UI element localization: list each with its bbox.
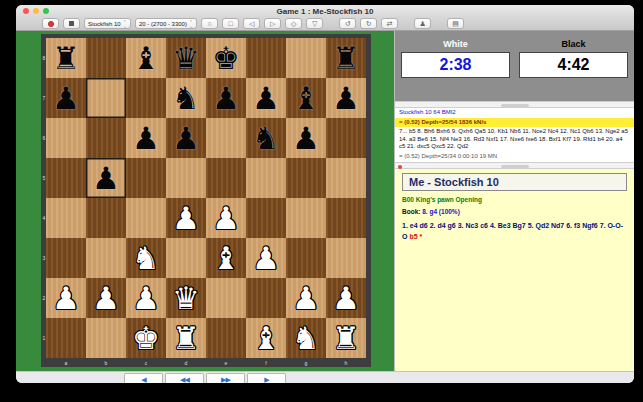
move-navigation: ◀◀◀▶▶▶: [16, 373, 394, 383]
square-f6[interactable]: ♞: [246, 118, 286, 158]
black-k-piece-e8[interactable]: ♚: [212, 38, 240, 78]
engine-name: Stockfish 10 64 BMI2: [395, 108, 634, 118]
black-r-piece-a8[interactable]: ♜: [52, 38, 80, 78]
square-a5[interactable]: [46, 158, 86, 198]
square-e4[interactable]: ♟: [206, 198, 246, 238]
rewind-button[interactable]: ◀◀: [165, 373, 204, 383]
black-r-piece-h8[interactable]: ♜: [332, 38, 360, 78]
black-q-piece-d8[interactable]: ♛: [172, 38, 200, 78]
square-b2[interactable]: ♟: [86, 278, 126, 318]
black-b-piece-g7[interactable]: ♝: [292, 78, 320, 118]
square-g8[interactable]: [286, 38, 326, 78]
white-b-piece-e3[interactable]: ♝: [212, 238, 240, 278]
file-label-f: f: [246, 360, 286, 366]
square-e7[interactable]: ♟: [206, 78, 246, 118]
square-f4[interactable]: [246, 198, 286, 238]
strength-stepper[interactable]: 20 - (2700 - 3300) ⌃⌄: [135, 18, 197, 29]
white-clock: 2:38: [401, 52, 510, 78]
square-h6[interactable]: [326, 118, 366, 158]
square-h3[interactable]: [326, 238, 366, 278]
square-d3[interactable]: [166, 238, 206, 278]
file-label-b: b: [86, 360, 126, 366]
file-label-g: g: [286, 360, 326, 366]
book-move[interactable]: 8. g4 (100%): [422, 208, 460, 215]
square-c5[interactable]: [126, 158, 166, 198]
square-c1[interactable]: ♚: [126, 318, 166, 358]
last-move[interactable]: b5: [409, 233, 417, 240]
square-h1[interactable]: ♜: [326, 318, 366, 358]
square-d4[interactable]: ♟: [166, 198, 206, 238]
game-result: *: [420, 233, 423, 240]
black-p-piece-b5[interactable]: ♟: [92, 158, 120, 198]
splitter-grip: [501, 104, 529, 107]
title-bar: Game 1 : Me-Stockfish 10: [16, 5, 634, 17]
save-button[interactable]: ◇: [285, 18, 302, 29]
white-n-piece-g1[interactable]: ♞: [292, 318, 320, 358]
square-e2[interactable]: [206, 278, 246, 318]
black-clock: 4:42: [519, 52, 628, 78]
analysis-pv: 7... b5 8. Bh6 Bxh6 9. Qxh6 Qa5 10. Kb1 …: [395, 127, 634, 152]
square-b8[interactable]: [86, 38, 126, 78]
white-k-piece-c1[interactable]: ♚: [132, 318, 160, 358]
book-label: Book:: [402, 208, 420, 215]
board-frame: ♜♝♛♚♜♟♞♟♟♝♟♟♟♞♟♟♟♟♞♝♟♟♟♟♛♟♟♚♜♝♞♜87654321…: [41, 34, 371, 367]
square-h4[interactable]: [326, 198, 366, 238]
zoom-button[interactable]: [43, 8, 49, 14]
stop-icon: [69, 21, 74, 26]
square-b5[interactable]: ♟: [86, 158, 126, 198]
square-b6[interactable]: [86, 118, 126, 158]
next-button[interactable]: ▷: [264, 18, 281, 29]
black-p-piece-c6[interactable]: ♟: [132, 118, 160, 158]
board-pane: ♜♝♛♚♜♟♞♟♟♝♟♟♟♞♟♟♟♟♞♝♟♟♟♟♛♟♟♚♜♝♞♜87654321…: [16, 31, 394, 371]
rank-label-4: 4: [42, 215, 46, 221]
moves-main[interactable]: 1. e4 d6 2. d4 g6 3. Nc3 c6 4. Be3 Bg7 5…: [402, 222, 623, 240]
black-p-piece-g6[interactable]: ♟: [292, 118, 320, 158]
square-d2[interactable]: ♛: [166, 278, 206, 318]
file-label-e: e: [206, 360, 246, 366]
white-q-piece-d2[interactable]: ♛: [172, 278, 200, 318]
white-p-piece-e4[interactable]: ♟: [212, 198, 240, 238]
white-p-piece-f3[interactable]: ♟: [252, 238, 280, 278]
square-a3[interactable]: [46, 238, 86, 278]
rank-label-2: 2: [42, 295, 46, 301]
stop-button[interactable]: [63, 18, 80, 29]
chevron-updown-icon: ⌃⌄: [123, 20, 127, 28]
square-a7[interactable]: ♟: [46, 78, 86, 118]
rank-label-6: 6: [42, 135, 46, 141]
minimize-button[interactable]: [33, 8, 39, 14]
square-h7[interactable]: ♟: [326, 78, 366, 118]
rank-label-1: 1: [42, 335, 46, 341]
analysis-panel: Stockfish 10 64 BMI2 = (0.52) Depth=25/5…: [395, 108, 634, 162]
square-e5[interactable]: [206, 158, 246, 198]
game-header: Me - Stockfish 10: [402, 173, 627, 191]
black-n-piece-d7[interactable]: ♞: [172, 78, 200, 118]
white-p-piece-d4[interactable]: ♟: [172, 198, 200, 238]
engine-select[interactable]: Stockfish 10 ⌃⌄: [84, 18, 131, 29]
square-b4[interactable]: [86, 198, 126, 238]
analysis-current-line: = (0.52) Depth=25/54 1836 kN/s: [395, 118, 634, 128]
square-g5[interactable]: [286, 158, 326, 198]
white-p-piece-c2[interactable]: ♟: [132, 278, 160, 318]
black-clock-label: Black: [519, 39, 628, 49]
white-b-piece-f1[interactable]: ♝: [252, 318, 280, 358]
square-a8[interactable]: ♜: [46, 38, 86, 78]
record-button[interactable]: [42, 18, 59, 29]
black-p-piece-f7[interactable]: ♟: [252, 78, 280, 118]
record-icon: [48, 21, 54, 27]
square-c6[interactable]: ♟: [126, 118, 166, 158]
square-d7[interactable]: ♞: [166, 78, 206, 118]
square-a2[interactable]: ♟: [46, 278, 86, 318]
square-e3[interactable]: ♝: [206, 238, 246, 278]
move-list[interactable]: 1. e4 d6 2. d4 g6 3. Nc3 c6 4. Be3 Bg7 5…: [402, 221, 627, 242]
clock-panel: White 2:38 Black 4:42: [395, 31, 634, 101]
white-p-piece-b2[interactable]: ♟: [92, 278, 120, 318]
splitter-top[interactable]: [395, 101, 634, 108]
square-a4[interactable]: [46, 198, 86, 238]
square-a6[interactable]: [46, 118, 86, 158]
square-c7[interactable]: [126, 78, 166, 118]
fast-forward-button[interactable]: ▶▶: [206, 373, 245, 383]
rank-label-3: 3: [42, 255, 46, 261]
square-c3[interactable]: ♞: [126, 238, 166, 278]
square-f5[interactable]: [246, 158, 286, 198]
white-clock-label: White: [401, 39, 510, 49]
square-e1[interactable]: [206, 318, 246, 358]
square-f1[interactable]: ♝: [246, 318, 286, 358]
black-p-piece-d6[interactable]: ♟: [172, 118, 200, 158]
square-g2[interactable]: ♟: [286, 278, 326, 318]
black-n-piece-f6[interactable]: ♞: [252, 118, 280, 158]
square-h2[interactable]: ♟: [326, 278, 366, 318]
rank-label-7: 7: [42, 95, 46, 101]
notation-panel: Me - Stockfish 10 B00 King's pawn Openin…: [395, 169, 634, 371]
white-p-piece-h2[interactable]: ♟: [332, 278, 360, 318]
copy-button[interactable]: ▽: [306, 18, 323, 29]
square-a1[interactable]: [46, 318, 86, 358]
square-f8[interactable]: [246, 38, 286, 78]
app-window: Game 1 : Me-Stockfish 10 Stockfish 10 ⌃⌄…: [16, 5, 634, 383]
white-p-piece-g2[interactable]: ♟: [292, 278, 320, 318]
square-g7[interactable]: ♝: [286, 78, 326, 118]
square-d8[interactable]: ♛: [166, 38, 206, 78]
square-c8[interactable]: ♝: [126, 38, 166, 78]
black-p-piece-h7[interactable]: ♟: [332, 78, 360, 118]
square-d1[interactable]: ♜: [166, 318, 206, 358]
book-line: Book: 8. g4 (100%): [402, 208, 627, 215]
black-b-piece-c8[interactable]: ♝: [132, 38, 160, 78]
stepper-icon: ⌃⌄: [189, 20, 193, 28]
square-g1[interactable]: ♞: [286, 318, 326, 358]
rank-label-8: 8: [42, 55, 46, 61]
chess-board: ♜♝♛♚♜♟♞♟♟♝♟♟♟♞♟♟♟♟♞♝♟♟♟♟♛♟♟♚♜♝♞♜87654321…: [46, 38, 366, 358]
step-forward-button[interactable]: ▶: [247, 373, 286, 383]
white-n-piece-c3[interactable]: ♞: [132, 238, 160, 278]
engine-select-value: Stockfish 10: [88, 21, 121, 27]
toolbar: Stockfish 10 ⌃⌄ 20 - (2700 - 3300) ⌃⌄ ○□…: [16, 17, 634, 31]
square-b3[interactable]: [86, 238, 126, 278]
white-p-piece-a2[interactable]: ♟: [52, 278, 80, 318]
square-d6[interactable]: ♟: [166, 118, 206, 158]
file-label-c: c: [126, 360, 166, 366]
square-g6[interactable]: ♟: [286, 118, 326, 158]
square-d5[interactable]: [166, 158, 206, 198]
step-back-button[interactable]: ◀: [124, 373, 163, 383]
square-e6[interactable]: [206, 118, 246, 158]
analysis-status: = (0.52) Depth=25/34 0:00:10 19 MN: [395, 152, 634, 163]
square-g4[interactable]: [286, 198, 326, 238]
rank-label-5: 5: [42, 175, 46, 181]
file-label-h: h: [326, 360, 366, 366]
square-b7[interactable]: [86, 78, 126, 118]
square-h8[interactable]: ♜: [326, 38, 366, 78]
player-button[interactable]: ♟: [414, 18, 431, 29]
square-c2[interactable]: ♟: [126, 278, 166, 318]
square-e8[interactable]: ♚: [206, 38, 246, 78]
close-button[interactable]: [23, 8, 29, 14]
board-button[interactable]: □: [222, 18, 239, 29]
square-f3[interactable]: ♟: [246, 238, 286, 278]
redo-button[interactable]: ↻: [360, 18, 377, 29]
file-label-d: d: [166, 360, 206, 366]
clock-button[interactable]: ○: [201, 18, 218, 29]
white-r-piece-d1[interactable]: ♜: [172, 318, 200, 358]
undo-button[interactable]: ↺: [339, 18, 356, 29]
square-f2[interactable]: [246, 278, 286, 318]
right-pane: White 2:38 Black 4:42 Stockfish 10 64 BM…: [394, 31, 634, 371]
square-c4[interactable]: [126, 198, 166, 238]
black-p-piece-a7[interactable]: ♟: [52, 78, 80, 118]
splitter-grip: [501, 165, 529, 168]
splitter-bottom[interactable]: [395, 162, 634, 169]
settings-button[interactable]: ▤: [447, 18, 464, 29]
collapse-dot-icon[interactable]: [398, 165, 402, 169]
square-h5[interactable]: [326, 158, 366, 198]
file-label-a: a: [46, 360, 86, 366]
square-g3[interactable]: [286, 238, 326, 278]
window-title: Game 1 : Me-Stockfish 10: [277, 7, 374, 16]
strength-value: 20 - (2700 - 3300): [139, 21, 187, 27]
square-b1[interactable]: [86, 318, 126, 358]
swap-button[interactable]: ⇄: [381, 18, 398, 29]
black-p-piece-e7[interactable]: ♟: [212, 78, 240, 118]
opening-name: B00 King's pawn Opening: [402, 196, 627, 203]
white-r-piece-h1[interactable]: ♜: [332, 318, 360, 358]
prev-button[interactable]: ◁: [243, 18, 260, 29]
square-f7[interactable]: ♟: [246, 78, 286, 118]
